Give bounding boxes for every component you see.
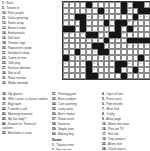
clue-text: Rave review	[7, 76, 25, 80]
cell-number: 17	[140, 15, 142, 17]
cell-number: 15	[87, 15, 89, 17]
clue-item: 10. Pale purple	[2, 11, 59, 15]
clue-number: 60.	[52, 132, 56, 136]
clue-number: 27.	[2, 66, 6, 70]
clue-number: 18.	[2, 41, 6, 45]
cell-number: 9	[128, 3, 129, 5]
clue-text: My fair lady?	[7, 117, 26, 121]
clue-number: 43.	[2, 112, 6, 116]
clue-text: Came to rest	[7, 56, 26, 60]
clue-number: 24.	[102, 147, 106, 150]
clue-number: 59.	[52, 127, 56, 131]
clue-item: 8. Crafty	[102, 112, 148, 116]
clue-number: 23.	[2, 56, 6, 60]
clue-text: Sushi wrap	[7, 21, 24, 25]
clue-item: 9. Atlas page	[102, 117, 148, 121]
cell-number: 48	[76, 56, 78, 58]
clue-item: 50. Emulates a crow	[2, 131, 48, 135]
clue-item: 30. Not at all	[2, 71, 59, 75]
cell-number: 58	[140, 68, 142, 70]
clue-item: 31. Rave review	[2, 76, 59, 80]
clue-item: 32. Made amends	[2, 81, 59, 85]
cell-number: 51	[64, 62, 66, 64]
clue-item: 1. Tijuana treat	[52, 143, 98, 147]
cell-number: 26	[122, 26, 124, 28]
cell-number: 16	[99, 15, 101, 17]
clue-item: 51. Printing goof	[52, 92, 98, 96]
cell-number: 14	[64, 15, 66, 17]
clue-item: 17. Hot tub	[102, 132, 148, 136]
cell-number: 2	[70, 3, 71, 5]
clue-text: Sack	[5, 1, 13, 5]
cell-number: 22	[128, 20, 130, 22]
cell-number: 8	[116, 3, 117, 5]
cell-number: 29	[70, 32, 72, 34]
clue-item: 24. Chess piece	[102, 147, 148, 150]
clue-item: 4. Ogre of lore	[102, 92, 148, 96]
clue-item: 54. Coin opening	[52, 102, 98, 106]
clue-item: 11. Oahu greeting	[2, 16, 59, 20]
clue-text: Not at all	[7, 71, 20, 75]
clue-text: Mows the lawn	[107, 122, 129, 126]
cell-number: 6	[105, 3, 106, 5]
clue-item: 56. Bee's home	[52, 112, 98, 116]
clue-item: 5. Picnic pest	[102, 97, 148, 101]
clue-text: Printing goof	[57, 92, 76, 96]
clue-number: 50.	[2, 131, 6, 135]
cell-number: 60	[99, 74, 101, 76]
cell-number: 28	[64, 32, 66, 34]
clue-item: 43. Morning moisture	[2, 112, 48, 116]
cell-number: 25	[105, 26, 107, 28]
clue-number: 56.	[52, 112, 56, 116]
clue-text: Hot tub	[107, 132, 118, 136]
cell-number: 13	[128, 9, 130, 11]
cell-number: 41	[140, 44, 142, 46]
clue-text: Crafty	[105, 112, 114, 116]
clue-item: 20. Rapunzel's pride	[2, 46, 59, 50]
clues-column-3: 4. Ogre of lore5. Picnic pest6. Pub miss…	[102, 92, 148, 150]
clue-item: 45. My fair lady?	[2, 117, 48, 121]
cell-number: 23	[134, 20, 136, 22]
cell-number: 12	[105, 9, 107, 11]
cell-number: 44	[82, 50, 84, 52]
clues-column-2: 51. Printing goof52. Burn soother54. Coi…	[52, 92, 98, 150]
cell-number: 42	[145, 44, 147, 46]
clue-text: Ogre of lore	[105, 92, 123, 96]
clue-text: Boise's state	[7, 26, 26, 30]
clue-item: 16. Puts on TV	[102, 127, 148, 131]
clue-number: 55.	[52, 107, 56, 111]
clue-item: 52. Burn soother	[52, 97, 98, 101]
clue-text: Rapunzel's pride	[7, 46, 32, 50]
clue-text: Woodwind	[55, 148, 71, 151]
clue-item: 12. Sushi wrap	[2, 21, 59, 25]
clue-text: Enthusiastic	[7, 31, 25, 35]
clue-text: Tosses in	[5, 6, 19, 10]
cell-number: 3	[76, 3, 77, 5]
cell-number: 40	[134, 44, 136, 46]
clue-item: 18. Theater sign	[2, 41, 59, 45]
clue-text: Tiny amount	[107, 137, 125, 141]
clue-number: 14.	[2, 31, 6, 35]
cell-number: 5	[93, 3, 94, 5]
clue-text: Pub missile	[105, 102, 122, 106]
clues-column-1: 34. Sly glance36. With Lorna, a classic …	[2, 92, 48, 150]
clue-number: 20.	[2, 46, 6, 50]
clue-text: Single item	[57, 127, 74, 131]
clue-number: 16.	[2, 36, 6, 40]
across-clues-column: 1. Sack5. Tosses in10. Pale purple11. Oa…	[2, 1, 59, 90]
cell-number: 10	[64, 9, 66, 11]
cell-number: 32	[122, 32, 124, 34]
clue-number: 37.	[2, 102, 6, 106]
clue-number: 57.	[52, 117, 56, 121]
clue-item: 19. Tiny amount	[102, 137, 148, 141]
clue-item: 15. Mows the lawn	[102, 122, 148, 126]
cell-number: 47	[70, 56, 72, 58]
clue-text: Made amends	[7, 81, 28, 85]
clue-text: Emulates a crow	[7, 131, 31, 135]
clue-text: Picnic pest	[105, 97, 121, 101]
clue-number: 58.	[52, 122, 56, 126]
cell-number: 19	[64, 20, 66, 22]
clue-item: 14. Enthusiastic	[2, 31, 59, 35]
clue-number: 34.	[2, 92, 6, 96]
clue-number: 26.	[2, 61, 6, 65]
cell-number: 1	[64, 3, 65, 5]
cell-number: 49	[99, 56, 101, 58]
clue-text: Sly glance	[7, 92, 23, 96]
clue-number: 22.	[102, 142, 106, 146]
clue-text: Mine find	[105, 107, 119, 111]
cell-number: 7	[111, 3, 112, 5]
cell-number: 61	[128, 74, 130, 76]
clue-item: 42. Traveler's aid	[2, 107, 48, 111]
cell-number: 50	[105, 56, 107, 58]
grid-cell[interactable]	[144, 73, 150, 79]
clue-number: 45.	[2, 117, 6, 121]
cell-number: 31	[99, 32, 101, 34]
clue-item: 22. Alters text	[102, 142, 148, 146]
clue-text: Bee's home	[57, 112, 75, 116]
clue-number: 10.	[2, 11, 6, 15]
cell-number: 45	[93, 50, 95, 52]
clue-number: 30.	[2, 71, 6, 75]
cell-number: 35	[111, 38, 113, 40]
clue-text: Sandwich shop	[7, 51, 30, 55]
clue-item: 16. Deli loaf	[2, 36, 59, 40]
clue-number: 21.	[2, 51, 6, 55]
clue-text: Oahu greeting	[7, 16, 28, 20]
clue-number: 19.	[102, 137, 106, 141]
clue-item: 6. Pub missile	[102, 102, 148, 106]
clue-item: 27. Kitchen whistler	[2, 66, 59, 70]
cell-number: 38	[105, 44, 107, 46]
clue-item: 58. Deserve	[52, 122, 98, 126]
cell-number: 43	[64, 50, 66, 52]
clue-number: 36.	[2, 97, 6, 101]
cell-number: 36	[116, 38, 118, 40]
clue-item: 36. With Lorna, a classic cookie	[2, 97, 48, 101]
clue-text: Pale purple	[7, 11, 24, 15]
clue-text: Puts on TV	[107, 127, 124, 131]
clue-number: 17.	[102, 132, 106, 136]
clue-number: 11.	[2, 16, 6, 20]
clue-item: 59. Single item	[52, 127, 98, 131]
clue-text: Morning moisture	[7, 112, 33, 116]
clue-text: Egg layer	[7, 102, 21, 106]
clue-number: 32.	[2, 81, 6, 85]
clue-number: 51.	[52, 92, 56, 96]
clue-item: 26. Golf peg	[2, 61, 59, 65]
clue-item: 23. Came to rest	[2, 56, 59, 60]
cell-number: 39	[128, 44, 130, 46]
cell-number: 33	[64, 38, 66, 40]
clue-number: 52.	[52, 97, 56, 101]
clue-number: 15.	[102, 122, 106, 126]
cell-number: 56	[93, 68, 95, 70]
cell-number: 20	[76, 20, 78, 22]
clue-text: Coin opening	[57, 102, 77, 106]
clue-text: Golf peg	[7, 61, 20, 65]
clue-text: Alters text	[107, 142, 122, 146]
clue-number: 12.	[2, 21, 6, 25]
cell-number: 27	[134, 26, 136, 28]
clue-text: Traveler's aid	[7, 107, 27, 111]
cell-number: 34	[87, 38, 89, 40]
clue-item: 34. Sly glance	[2, 92, 48, 96]
clue-item: 7. Mine find	[102, 107, 148, 111]
cell-number: 52	[93, 62, 95, 64]
clue-item: 37. Egg layer	[2, 102, 48, 106]
clue-text: Bakery buy	[57, 132, 74, 136]
clue-item: 5. Tosses in	[2, 6, 59, 10]
cell-number: 11	[87, 9, 89, 11]
clue-item: 57. Road curve	[52, 117, 98, 121]
bottom-clues-area: 34. Sly glance36. With Lorna, a classic …	[2, 92, 149, 150]
clue-number: 16.	[102, 127, 106, 131]
cell-number: 18	[145, 15, 147, 17]
clue-item: 1. Sack	[2, 1, 59, 5]
clue-text: Long story	[57, 107, 73, 111]
cell-number: 59	[64, 74, 66, 76]
cell-number: 46	[111, 50, 113, 52]
clue-number: 13.	[2, 26, 6, 30]
clue-text: Deserve	[57, 122, 70, 126]
cell-number: 53	[128, 62, 130, 64]
cell-number: 54	[140, 62, 142, 64]
clue-item: 46. Known for "Famous" cookies	[2, 122, 48, 130]
clue-item: 2. Woodwind	[52, 148, 98, 151]
clue-text: Road curve	[57, 117, 74, 121]
clue-text: Kitchen whistler	[7, 66, 30, 70]
clue-text: Atlas page	[105, 117, 121, 121]
clue-text: Chess piece	[107, 147, 125, 150]
clue-number: 42.	[2, 107, 6, 111]
clue-item: 13. Boise's state	[2, 26, 59, 30]
clue-item: 55. Long story	[52, 107, 98, 111]
cell-number: 55	[64, 68, 66, 70]
clue-text: Deli loaf	[7, 36, 19, 40]
cell-number: 37	[64, 44, 66, 46]
down-section-header: Down	[52, 138, 98, 142]
cell-number: 57	[122, 68, 124, 70]
clue-text: Known for "Famous" cookies	[2, 122, 37, 130]
cell-number: 4	[82, 3, 83, 5]
cell-number: 21	[87, 20, 89, 22]
cell-number: 30	[82, 32, 84, 34]
clue-item: 60. Bakery buy	[52, 132, 98, 136]
clue-text: Burn soother	[57, 97, 76, 101]
clue-item: 21. Sandwich shop	[2, 51, 59, 55]
cell-number: 24	[87, 26, 89, 28]
clue-text: With Lorna, a classic cookie	[7, 97, 47, 101]
clue-number: 31.	[2, 76, 6, 80]
clue-number: 54.	[52, 102, 56, 106]
crossword-grid[interactable]: 1234567891011121314151617181920212223242…	[62, 1, 150, 80]
clue-text: Tijuana treat	[55, 143, 73, 147]
clue-text: Theater sign	[7, 41, 26, 45]
